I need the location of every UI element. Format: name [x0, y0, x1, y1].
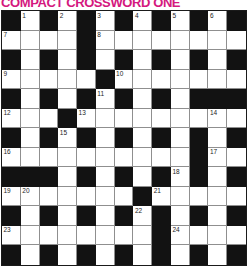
cell-r2c12[interactable] [208, 31, 227, 51]
cell-r9c10[interactable]: 18 [171, 167, 190, 187]
cell-r4c1[interactable]: 9 [2, 70, 21, 90]
black-cell-r7c5 [77, 128, 96, 148]
cell-r2c10[interactable] [171, 31, 190, 51]
clue-number-4: 4 [135, 12, 139, 19]
black-cell-r5c3 [40, 89, 59, 109]
cell-r7c10[interactable] [171, 128, 190, 148]
cell-r1c2[interactable]: 1 [21, 11, 40, 31]
black-cell-r7c13 [227, 128, 246, 148]
cell-r4c5[interactable] [77, 70, 96, 90]
clue-number-17: 17 [210, 148, 217, 155]
black-cell-r9c9 [152, 167, 171, 187]
cell-r8c3[interactable] [40, 148, 59, 168]
clue-number-6: 6 [210, 12, 214, 19]
cell-r10c4[interactable] [58, 187, 77, 207]
cell-r6c11[interactable] [190, 109, 209, 129]
black-cell-r1c7 [115, 11, 134, 31]
black-cell-r11c5 [77, 206, 96, 226]
cell-r7c12[interactable] [208, 128, 227, 148]
cell-r7c8[interactable] [133, 128, 152, 148]
cell-r12c1[interactable]: 23 [2, 226, 21, 246]
cell-r11c12[interactable] [208, 206, 227, 226]
clue-number-14: 14 [210, 109, 217, 116]
black-cell-r13c5 [77, 245, 96, 265]
black-cell-r1c13 [227, 11, 246, 31]
cell-r6c12[interactable]: 14 [208, 109, 227, 129]
cell-r2c7[interactable] [115, 31, 134, 51]
cell-r5c4[interactable] [58, 89, 77, 109]
black-cell-r7c11 [190, 128, 209, 148]
cell-r11c8[interactable]: 22 [133, 206, 152, 226]
cell-r2c8[interactable] [133, 31, 152, 51]
cell-r6c7[interactable] [115, 109, 134, 129]
clue-number-13: 13 [79, 109, 86, 116]
black-cell-r3c9 [152, 50, 171, 70]
clue-number-3: 3 [97, 12, 101, 19]
cell-r13c12[interactable] [208, 245, 227, 265]
black-cell-r5c7 [115, 89, 134, 109]
clue-number-12: 12 [4, 109, 11, 116]
cell-r12c6[interactable] [96, 226, 115, 246]
black-cell-r9c7 [115, 167, 134, 187]
cell-r12c12[interactable] [208, 226, 227, 246]
black-cell-r2c5 [77, 31, 96, 51]
black-cell-r9c13 [227, 167, 246, 187]
cell-r10c1[interactable]: 19 [2, 187, 21, 207]
black-cell-r1c9 [152, 11, 171, 31]
cell-r12c5[interactable] [77, 226, 96, 246]
clue-number-23: 23 [4, 226, 11, 233]
black-cell-r5c11 [190, 89, 209, 109]
cell-r9c8[interactable] [133, 167, 152, 187]
black-cell-r5c9 [152, 89, 171, 109]
black-cell-r9c2 [21, 167, 40, 187]
cell-r12c13[interactable] [227, 226, 246, 246]
black-cell-r11c11 [190, 206, 209, 226]
clue-number-1: 1 [22, 12, 26, 19]
black-cell-r1c3 [40, 11, 59, 31]
cell-r5c6[interactable]: 11 [96, 89, 115, 109]
clue-number-8: 8 [97, 31, 101, 38]
title-bar: COMPACT CROSSWORD ONE [0, 0, 248, 10]
cell-r7c4[interactable]: 15 [58, 128, 77, 148]
black-cell-r6c4 [58, 109, 77, 129]
black-cell-r13c7 [115, 245, 134, 265]
black-cell-r9c11 [190, 167, 209, 187]
cell-r2c9[interactable] [152, 31, 171, 51]
clue-number-19: 19 [4, 187, 11, 194]
cell-r10c6[interactable] [96, 187, 115, 207]
black-cell-r13c1 [2, 245, 21, 265]
clue-number-5: 5 [172, 12, 176, 19]
clue-number-22: 22 [135, 207, 142, 214]
clue-number-16: 16 [4, 148, 11, 155]
cell-r10c3[interactable] [40, 187, 59, 207]
clue-number-7: 7 [4, 31, 8, 38]
cell-r9c6[interactable] [96, 167, 115, 187]
cell-r4c2[interactable] [21, 70, 40, 90]
cell-r13c8[interactable] [133, 245, 152, 265]
cell-r12c11[interactable] [190, 226, 209, 246]
black-cell-r13c11 [190, 245, 209, 265]
cell-r2c2[interactable] [21, 31, 40, 51]
black-cell-r11c3 [40, 206, 59, 226]
cell-r5c2[interactable] [21, 89, 40, 109]
clue-number-15: 15 [60, 129, 67, 136]
cell-r11c4[interactable] [58, 206, 77, 226]
cell-r6c1[interactable]: 12 [2, 109, 21, 129]
cell-r2c13[interactable] [227, 31, 246, 51]
black-cell-r5c13 [227, 89, 246, 109]
cell-r1c12[interactable]: 6 [208, 11, 227, 31]
cell-r13c2[interactable] [21, 245, 40, 265]
clue-number-11: 11 [97, 90, 104, 97]
cell-r10c10[interactable] [171, 187, 190, 207]
cell-r1c6[interactable]: 3 [96, 11, 115, 31]
cell-r12c3[interactable] [40, 226, 59, 246]
black-cell-r5c1 [2, 89, 21, 109]
clue-number-21: 21 [154, 187, 161, 194]
black-cell-r3c3 [40, 50, 59, 70]
cell-r13c4[interactable] [58, 245, 77, 265]
clue-number-20: 20 [22, 187, 29, 194]
cell-r8c4[interactable] [58, 148, 77, 168]
black-cell-r5c5 [77, 89, 96, 109]
black-cell-r3c5 [77, 50, 96, 70]
cell-r3c6[interactable] [96, 50, 115, 70]
black-cell-r3c11 [190, 50, 209, 70]
black-cell-r9c1 [2, 167, 21, 187]
cell-r4c13[interactable] [227, 70, 246, 90]
puzzle-title: COMPACT CROSSWORD ONE [1, 0, 180, 10]
cell-r3c2[interactable] [21, 50, 40, 70]
clue-number-24: 24 [172, 226, 179, 233]
cell-r6c6[interactable] [96, 109, 115, 129]
cell-r6c3[interactable] [40, 109, 59, 129]
black-cell-r8c11 [190, 148, 209, 168]
black-cell-r11c13 [227, 206, 246, 226]
cell-r6c9[interactable] [152, 109, 171, 129]
black-cell-r13c9 [152, 245, 171, 265]
cell-r6c5[interactable]: 13 [77, 109, 96, 129]
cell-r9c12[interactable] [208, 167, 227, 187]
cell-r1c8[interactable]: 4 [133, 11, 152, 31]
clue-number-9: 9 [4, 70, 8, 77]
cell-r8c5[interactable] [77, 148, 96, 168]
cell-r9c4[interactable] [58, 167, 77, 187]
cell-r11c6[interactable] [96, 206, 115, 226]
cell-r8c9[interactable] [152, 148, 171, 168]
cell-r12c4[interactable] [58, 226, 77, 246]
black-cell-r10c8 [133, 187, 152, 207]
cell-r4c3[interactable] [40, 70, 59, 90]
cell-r1c4[interactable]: 2 [58, 11, 77, 31]
cell-r12c2[interactable] [21, 226, 40, 246]
cell-r8c7[interactable] [115, 148, 134, 168]
black-cell-r7c9 [152, 128, 171, 148]
black-cell-r3c7 [115, 50, 134, 70]
cell-r3c4[interactable] [58, 50, 77, 70]
cell-r1c10[interactable]: 5 [171, 11, 190, 31]
cell-r10c12[interactable] [208, 187, 227, 207]
cell-r8c12[interactable]: 17 [208, 148, 227, 168]
black-cell-r13c3 [40, 245, 59, 265]
black-cell-r11c1 [2, 206, 21, 226]
cell-r2c6[interactable]: 8 [96, 31, 115, 51]
cell-r13c10[interactable] [171, 245, 190, 265]
clue-number-18: 18 [172, 168, 179, 175]
black-cell-r7c7 [115, 128, 134, 148]
cell-r12c8[interactable] [133, 226, 152, 246]
black-cell-r1c11 [190, 11, 209, 31]
cell-r10c2[interactable]: 20 [21, 187, 40, 207]
cell-r12c7[interactable] [115, 226, 134, 246]
cell-r3c8[interactable] [133, 50, 152, 70]
cell-r10c9[interactable]: 21 [152, 187, 171, 207]
clue-number-10: 10 [116, 70, 123, 77]
cell-r6c13[interactable] [227, 109, 246, 129]
black-cell-r11c9 [152, 206, 171, 226]
cell-r2c1[interactable]: 7 [2, 31, 21, 51]
cell-r4c10[interactable] [171, 70, 190, 90]
black-cell-r1c5 [77, 11, 96, 31]
cell-r13c6[interactable] [96, 245, 115, 265]
cell-r6c2[interactable] [21, 109, 40, 129]
black-cell-r7c1 [2, 128, 21, 148]
black-cell-r7c3 [40, 128, 59, 148]
cell-r3c12[interactable] [208, 50, 227, 70]
cell-r3c10[interactable] [171, 50, 190, 70]
cell-r8c10[interactable] [171, 148, 190, 168]
black-cell-r4c6 [96, 70, 115, 90]
cell-r11c2[interactable] [21, 206, 40, 226]
cell-r8c1[interactable]: 16 [2, 148, 21, 168]
cell-r6c10[interactable] [171, 109, 190, 129]
cell-r4c7[interactable]: 10 [115, 70, 134, 90]
cell-r12c10[interactable]: 24 [171, 226, 190, 246]
cell-r4c11[interactable] [190, 70, 209, 90]
black-cell-r12c9 [152, 226, 171, 246]
black-cell-r11c7 [115, 206, 134, 226]
cell-r7c2[interactable] [21, 128, 40, 148]
cell-r8c8[interactable] [133, 148, 152, 168]
cell-r4c4[interactable] [58, 70, 77, 90]
cell-r10c5[interactable] [77, 187, 96, 207]
black-cell-r1c1 [2, 11, 21, 31]
cell-r4c9[interactable] [152, 70, 171, 90]
black-cell-r5c12 [208, 89, 227, 109]
cell-r2c3[interactable] [40, 31, 59, 51]
black-cell-r3c1 [2, 50, 21, 70]
black-cell-r9c5 [77, 167, 96, 187]
cell-r6c8[interactable] [133, 109, 152, 129]
cell-r11c10[interactable] [171, 206, 190, 226]
crossword-grid: 123456789101112131415161718192021222324 [1, 10, 247, 266]
black-cell-r9c3 [40, 167, 59, 187]
cell-r8c13[interactable] [227, 148, 246, 168]
cell-r4c12[interactable] [208, 70, 227, 90]
cell-r4c8[interactable] [133, 70, 152, 90]
cell-r2c4[interactable] [58, 31, 77, 51]
cell-r5c10[interactable] [171, 89, 190, 109]
black-cell-r3c13 [227, 50, 246, 70]
black-cell-r13c13 [227, 245, 246, 265]
cell-r8c6[interactable] [96, 148, 115, 168]
cell-r10c11[interactable] [190, 187, 209, 207]
cell-r2c11[interactable] [190, 31, 209, 51]
cell-r10c13[interactable] [227, 187, 246, 207]
clue-number-2: 2 [60, 12, 64, 19]
cell-r8c2[interactable] [21, 148, 40, 168]
cell-r5c8[interactable] [133, 89, 152, 109]
cell-r7c6[interactable] [96, 128, 115, 148]
cell-r10c7[interactable] [115, 187, 134, 207]
